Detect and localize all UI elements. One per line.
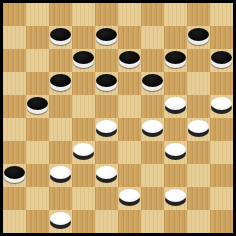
square-r9c6[interactable] [141, 210, 164, 233]
black-man-piece[interactable] [165, 51, 186, 68]
white-man-piece[interactable] [119, 189, 140, 206]
square-r5c4[interactable] [95, 118, 118, 141]
square-r4c4[interactable] [95, 95, 118, 118]
square-r6c5[interactable] [118, 141, 141, 164]
square-r0c6[interactable] [141, 3, 164, 26]
black-man-piece[interactable] [119, 51, 140, 68]
square-r1c6[interactable] [141, 26, 164, 49]
square-r5c8[interactable] [187, 118, 210, 141]
square-r8c0[interactable] [3, 187, 26, 210]
piece-top [73, 51, 94, 64]
square-r7c0[interactable] [3, 164, 26, 187]
black-man-piece[interactable] [73, 51, 94, 68]
square-r2c1[interactable] [26, 49, 49, 72]
piece-top [211, 97, 232, 110]
square-r7c1[interactable] [26, 164, 49, 187]
square-r6c7[interactable] [164, 141, 187, 164]
square-r6c1[interactable] [26, 141, 49, 164]
square-r1c2[interactable] [49, 26, 72, 49]
piece-top [96, 74, 117, 87]
black-man-piece[interactable] [188, 28, 209, 45]
square-r2c2[interactable] [49, 49, 72, 72]
square-r1c3[interactable] [72, 26, 95, 49]
board-frame [0, 0, 236, 236]
square-r8c8[interactable] [187, 187, 210, 210]
square-r3c4[interactable] [95, 72, 118, 95]
square-r1c0[interactable] [3, 26, 26, 49]
square-r8c9[interactable] [210, 187, 233, 210]
square-r0c3[interactable] [72, 3, 95, 26]
black-man-piece[interactable] [27, 97, 48, 114]
square-r0c4[interactable] [95, 3, 118, 26]
square-r0c8[interactable] [187, 3, 210, 26]
square-r5c0[interactable] [3, 118, 26, 141]
square-r9c9[interactable] [210, 210, 233, 233]
piece-top [50, 28, 71, 41]
square-r7c5[interactable] [118, 164, 141, 187]
square-r3c7[interactable] [164, 72, 187, 95]
square-r8c1[interactable] [26, 187, 49, 210]
square-r4c8[interactable] [187, 95, 210, 118]
white-man-piece[interactable] [73, 143, 94, 160]
white-man-piece[interactable] [142, 120, 163, 137]
white-man-piece[interactable] [50, 166, 71, 183]
black-man-piece[interactable] [50, 28, 71, 45]
black-man-piece[interactable] [96, 28, 117, 45]
piece-top [50, 212, 71, 225]
square-r3c1[interactable] [26, 72, 49, 95]
square-r7c2[interactable] [49, 164, 72, 187]
piece-top [142, 120, 163, 133]
piece-top [50, 74, 71, 87]
square-r2c4[interactable] [95, 49, 118, 72]
square-r4c2[interactable] [49, 95, 72, 118]
black-man-piece[interactable] [142, 74, 163, 91]
piece-top [165, 189, 186, 202]
piece-top [96, 166, 117, 179]
square-r1c9[interactable] [210, 26, 233, 49]
square-r2c6[interactable] [141, 49, 164, 72]
square-r3c3[interactable] [72, 72, 95, 95]
square-r1c8[interactable] [187, 26, 210, 49]
square-r3c0[interactable] [3, 72, 26, 95]
white-man-piece[interactable] [50, 212, 71, 229]
square-r9c3[interactable] [72, 210, 95, 233]
square-r6c3[interactable] [72, 141, 95, 164]
square-r9c7[interactable] [164, 210, 187, 233]
square-r7c7[interactable] [164, 164, 187, 187]
square-r0c0[interactable] [3, 3, 26, 26]
piece-top [73, 143, 94, 156]
square-r6c2[interactable] [49, 141, 72, 164]
square-r3c8[interactable] [187, 72, 210, 95]
square-r6c8[interactable] [187, 141, 210, 164]
square-r5c7[interactable] [164, 118, 187, 141]
white-man-piece[interactable] [211, 97, 232, 114]
square-r8c5[interactable] [118, 187, 141, 210]
piece-top [96, 28, 117, 41]
square-r4c5[interactable] [118, 95, 141, 118]
square-r3c5[interactable] [118, 72, 141, 95]
square-r8c4[interactable] [95, 187, 118, 210]
square-r8c7[interactable] [164, 187, 187, 210]
square-r9c0[interactable] [3, 210, 26, 233]
square-r4c9[interactable] [210, 95, 233, 118]
square-r8c3[interactable] [72, 187, 95, 210]
black-man-piece[interactable] [50, 74, 71, 91]
piece-top [27, 97, 48, 110]
square-r2c3[interactable] [72, 49, 95, 72]
square-r2c7[interactable] [164, 49, 187, 72]
square-r4c1[interactable] [26, 95, 49, 118]
square-r2c5[interactable] [118, 49, 141, 72]
piece-top [96, 120, 117, 133]
square-r0c7[interactable] [164, 3, 187, 26]
white-man-piece[interactable] [165, 97, 186, 114]
black-man-piece[interactable] [96, 74, 117, 91]
square-r0c5[interactable] [118, 3, 141, 26]
white-man-piece[interactable] [165, 189, 186, 206]
piece-top [188, 28, 209, 41]
square-r2c8[interactable] [187, 49, 210, 72]
square-r9c4[interactable] [95, 210, 118, 233]
square-r5c2[interactable] [49, 118, 72, 141]
piece-top [50, 166, 71, 179]
draughts-board [3, 3, 233, 233]
white-man-piece[interactable] [188, 120, 209, 137]
square-r1c7[interactable] [164, 26, 187, 49]
square-r7c8[interactable] [187, 164, 210, 187]
square-r7c9[interactable] [210, 164, 233, 187]
piece-top [142, 74, 163, 87]
square-r3c6[interactable] [141, 72, 164, 95]
square-r5c6[interactable] [141, 118, 164, 141]
square-r6c4[interactable] [95, 141, 118, 164]
square-r5c3[interactable] [72, 118, 95, 141]
square-r0c1[interactable] [26, 3, 49, 26]
square-r1c5[interactable] [118, 26, 141, 49]
square-r4c6[interactable] [141, 95, 164, 118]
square-r4c7[interactable] [164, 95, 187, 118]
square-r1c1[interactable] [26, 26, 49, 49]
piece-top [119, 189, 140, 202]
white-man-piece[interactable] [165, 143, 186, 160]
piece-top [4, 166, 25, 179]
piece-top [119, 51, 140, 64]
square-r9c8[interactable] [187, 210, 210, 233]
square-r2c9[interactable] [210, 49, 233, 72]
square-r6c0[interactable] [3, 141, 26, 164]
piece-top [188, 120, 209, 133]
piece-top [165, 97, 186, 110]
square-r6c9[interactable] [210, 141, 233, 164]
square-r7c3[interactable] [72, 164, 95, 187]
square-r4c3[interactable] [72, 95, 95, 118]
piece-top [165, 143, 186, 156]
square-r5c9[interactable] [210, 118, 233, 141]
square-r7c6[interactable] [141, 164, 164, 187]
white-man-piece[interactable] [96, 166, 117, 183]
square-r3c9[interactable] [210, 72, 233, 95]
square-r9c5[interactable] [118, 210, 141, 233]
square-r8c2[interactable] [49, 187, 72, 210]
square-r1c4[interactable] [95, 26, 118, 49]
piece-top [211, 51, 232, 64]
square-r7c4[interactable] [95, 164, 118, 187]
square-r3c2[interactable] [49, 72, 72, 95]
square-r5c1[interactable] [26, 118, 49, 141]
square-r0c9[interactable] [210, 3, 233, 26]
square-r2c0[interactable] [3, 49, 26, 72]
square-r5c5[interactable] [118, 118, 141, 141]
square-r0c2[interactable] [49, 3, 72, 26]
black-man-piece[interactable] [211, 51, 232, 68]
square-r6c6[interactable] [141, 141, 164, 164]
square-r9c1[interactable] [26, 210, 49, 233]
square-r8c6[interactable] [141, 187, 164, 210]
black-man-piece[interactable] [4, 166, 25, 183]
square-r4c0[interactable] [3, 95, 26, 118]
piece-top [165, 51, 186, 64]
white-man-piece[interactable] [96, 120, 117, 137]
square-r9c2[interactable] [49, 210, 72, 233]
